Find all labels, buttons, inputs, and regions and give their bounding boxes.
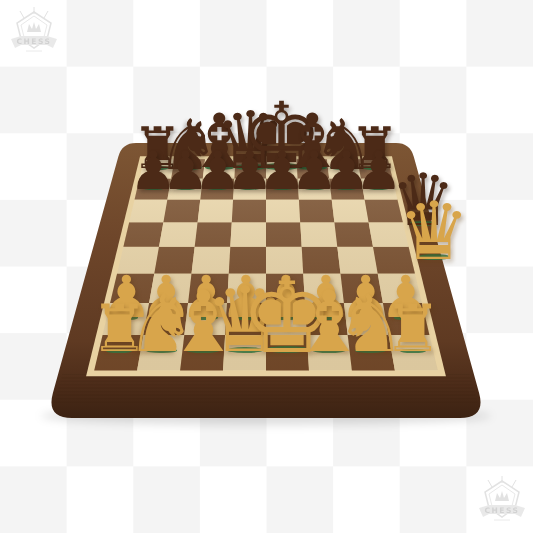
square-e5[interactable] [266, 222, 302, 247]
square-d5[interactable] [230, 222, 266, 247]
piece-white-rook-h1[interactable]: ♜ [383, 297, 441, 362]
square-c6[interactable] [198, 200, 234, 223]
square-e6[interactable] [266, 200, 300, 223]
square-g5[interactable] [334, 222, 373, 247]
square-f5[interactable] [300, 222, 337, 247]
square-a5[interactable] [123, 222, 163, 247]
piece-extra-white-queen[interactable]: ♛ [398, 191, 470, 272]
square-d6[interactable] [232, 200, 266, 223]
square-a6[interactable] [129, 200, 167, 223]
product-photo-stage: CHESS CHESS ♜♞♝♛♚♝♞♜♟♟♟♟♟♟♟♟♟♟♟♟♟♟♟♟♜♞♝♛… [0, 0, 533, 533]
square-g6[interactable] [332, 200, 369, 223]
square-c5[interactable] [195, 222, 232, 247]
square-f6[interactable] [299, 200, 335, 223]
square-b5[interactable] [159, 222, 198, 247]
square-b6[interactable] [163, 200, 200, 223]
